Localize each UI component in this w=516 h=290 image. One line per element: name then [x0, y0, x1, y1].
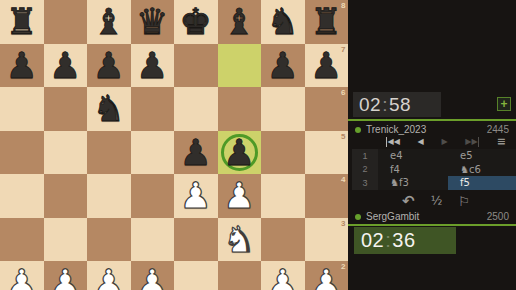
square-d2[interactable]: ♟ [131, 261, 175, 290]
white-move[interactable]: e4 [378, 149, 448, 163]
last-move-icon[interactable]: ▶▶ [465, 137, 479, 147]
square-d4[interactable] [131, 174, 175, 218]
square-c5[interactable] [87, 131, 131, 175]
square-d5[interactable] [131, 131, 175, 175]
previous-move-icon[interactable]: ◀ [418, 137, 424, 147]
move-list: 1e4e52f4♞c63♞f3f5 [352, 149, 516, 190]
square-a7[interactable]: ♟ [0, 44, 44, 88]
white-pawn: ♟ [6, 261, 38, 290]
square-b2[interactable]: ♟ [44, 261, 88, 290]
white-knight: ♞ [223, 218, 255, 262]
move-number: 3 [352, 176, 378, 190]
rank-label: 4 [341, 175, 345, 184]
square-h2[interactable]: ♟2 [305, 261, 349, 290]
square-d7[interactable]: ♟ [131, 44, 175, 88]
square-e2[interactable] [174, 261, 218, 290]
square-d3[interactable] [131, 218, 175, 262]
white-pawn: ♟ [49, 261, 81, 290]
square-e7[interactable] [174, 44, 218, 88]
game-actions: ↶ ½ ⚐ [402, 193, 470, 209]
bottom-separator [348, 224, 516, 226]
move-row: 1e4e5 [352, 149, 516, 163]
next-move-icon[interactable]: ▶ [441, 137, 447, 147]
square-d8[interactable]: ♛ [131, 0, 175, 44]
menu-icon[interactable]: ≡ [497, 137, 506, 147]
player-bottom-name: SergGambit [366, 211, 419, 222]
player-top-name: Trenick_2023 [366, 124, 426, 135]
square-e8[interactable]: ♚ [174, 0, 218, 44]
square-a2[interactable]: ♟ [0, 261, 44, 290]
black-queen: ♛ [136, 0, 168, 44]
move-row: 3♞f3f5 [352, 176, 516, 190]
draw-offer-icon[interactable]: ½ [431, 194, 443, 208]
square-a5[interactable] [0, 131, 44, 175]
first-move-icon[interactable]: ◀◀ [386, 137, 400, 147]
square-a3[interactable] [0, 218, 44, 262]
square-b3[interactable] [44, 218, 88, 262]
bottom-clock-active: 02:36 [354, 227, 456, 254]
player-bottom-rating: 2500 [487, 211, 509, 222]
player-top: Trenick_2023 2445 [355, 123, 509, 136]
square-a4[interactable] [0, 174, 44, 218]
square-d6[interactable] [131, 87, 175, 131]
square-c2[interactable]: ♟ [87, 261, 131, 290]
square-c8[interactable]: ♝ [87, 0, 131, 44]
move-number: 2 [352, 163, 378, 177]
black-knight: ♞ [93, 87, 125, 131]
square-c4[interactable] [87, 174, 131, 218]
square-h4[interactable]: 4 [305, 174, 349, 218]
player-bottom: SergGambit 2500 [355, 210, 509, 223]
square-h3[interactable]: 3 [305, 218, 349, 262]
white-pawn: ♟ [136, 261, 168, 290]
rank-label: 3 [341, 219, 345, 228]
black-pawn: ♟ [49, 44, 81, 88]
square-e3[interactable] [174, 218, 218, 262]
square-h5[interactable]: 5 [305, 131, 349, 175]
square-g4[interactable] [261, 174, 305, 218]
resign-flag-icon[interactable]: ⚐ [458, 194, 470, 209]
online-dot [355, 214, 361, 220]
square-g6[interactable] [261, 87, 305, 131]
black-pawn: ♟ [223, 131, 255, 175]
square-b7[interactable]: ♟ [44, 44, 88, 88]
top-clock: 02:58 [353, 92, 441, 117]
bottom-clock-minutes: 02 [361, 229, 384, 252]
rank-label: 2 [341, 262, 345, 271]
black-rook: ♜ [310, 0, 342, 44]
square-f3[interactable]: ♞ [218, 218, 262, 262]
white-pawn: ♟ [180, 174, 212, 218]
square-g7[interactable]: ♟ [261, 44, 305, 88]
square-f5[interactable]: ♟ [218, 131, 262, 175]
rank-label: 5 [341, 132, 345, 141]
top-clock-colon: : [381, 94, 389, 116]
square-g2[interactable]: ♟ [261, 261, 305, 290]
square-b4[interactable] [44, 174, 88, 218]
square-a8[interactable]: ♜ [0, 0, 44, 44]
square-h8[interactable]: ♜8 [305, 0, 349, 44]
square-c6[interactable]: ♞ [87, 87, 131, 131]
square-f4[interactable]: ♟ [218, 174, 262, 218]
black-move[interactable]: ♞c6 [448, 163, 516, 177]
black-pawn: ♟ [136, 44, 168, 88]
add-time-button[interactable]: + [497, 97, 511, 111]
square-h7[interactable]: ♟7 [305, 44, 349, 88]
player-top-rating: 2445 [487, 124, 509, 135]
square-f7[interactable] [218, 44, 262, 88]
game-panel: 02:58 + Trenick_2023 2445 ◀◀ ◀ ▶ ▶▶ ≡ 1e… [348, 0, 516, 290]
rank-label: 7 [341, 45, 345, 54]
move-navigation: ◀◀ ◀ ▶ ▶▶ ≡ [386, 136, 506, 148]
square-g3[interactable] [261, 218, 305, 262]
white-pawn: ♟ [310, 261, 342, 290]
black-bishop: ♝ [93, 0, 125, 44]
square-e5[interactable]: ♟ [174, 131, 218, 175]
bottom-clock-seconds: 36 [392, 229, 415, 252]
top-clock-minutes: 02 [359, 94, 381, 116]
square-a6[interactable] [0, 87, 44, 131]
bottom-clock-colon: : [384, 229, 392, 252]
rank-label: 6 [341, 88, 345, 97]
rank-label: 8 [341, 1, 345, 10]
square-f2[interactable] [218, 261, 262, 290]
black-pawn: ♟ [6, 44, 38, 88]
white-pawn: ♟ [93, 261, 125, 290]
white-pawn: ♟ [267, 261, 299, 290]
move-row: 2f4♞c6 [352, 163, 516, 177]
square-f8[interactable]: ♝ [218, 0, 262, 44]
black-pawn: ♟ [180, 131, 212, 175]
square-c7[interactable]: ♟ [87, 44, 131, 88]
square-b8[interactable] [44, 0, 88, 44]
black-king: ♚ [180, 0, 212, 44]
square-b5[interactable] [44, 131, 88, 175]
black-rook: ♜ [6, 0, 38, 44]
square-g8[interactable]: ♞ [261, 0, 305, 44]
square-e6[interactable] [174, 87, 218, 131]
chess-board[interactable]: ♜♝♛♚♝♞♜8♟♟♟♟♟♟7♞6♟♟5♟♟4♞3♟♟♟♟♟♟2♜♞♝♛♚♝♜ [0, 0, 348, 290]
white-move[interactable]: f4 [378, 163, 448, 177]
black-move[interactable]: e5 [448, 149, 516, 163]
online-dot [355, 127, 361, 133]
black-move[interactable]: f5 [448, 176, 516, 190]
black-pawn: ♟ [267, 44, 299, 88]
square-f6[interactable] [218, 87, 262, 131]
square-c3[interactable] [87, 218, 131, 262]
black-pawn: ♟ [93, 44, 125, 88]
takeback-icon[interactable]: ↶ [402, 192, 415, 210]
white-pawn: ♟ [223, 174, 255, 218]
square-b6[interactable] [44, 87, 88, 131]
top-clock-seconds: 58 [389, 94, 411, 116]
black-knight: ♞ [267, 0, 299, 44]
top-separator [348, 119, 516, 121]
square-h6[interactable]: 6 [305, 87, 349, 131]
square-e4[interactable]: ♟ [174, 174, 218, 218]
move-number: 1 [352, 149, 378, 163]
white-move[interactable]: ♞f3 [378, 176, 448, 190]
black-pawn: ♟ [310, 44, 342, 88]
square-g5[interactable] [261, 131, 305, 175]
black-bishop: ♝ [223, 0, 255, 44]
